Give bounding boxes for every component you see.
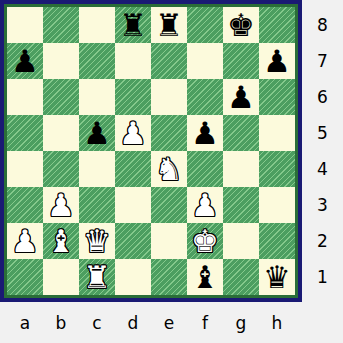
square-g5[interactable] [223, 115, 259, 151]
rank-label-2: 2 [302, 223, 343, 259]
square-b4[interactable] [43, 151, 79, 187]
file-label-c: c [79, 303, 115, 343]
square-h4[interactable] [259, 151, 295, 187]
square-a4[interactable] [7, 151, 43, 187]
square-e5[interactable] [151, 115, 187, 151]
square-d7[interactable] [115, 43, 151, 79]
square-d8[interactable]: ♜ [115, 7, 151, 43]
piece-black-pawn-f5[interactable]: ♟ [191, 115, 219, 151]
square-h2[interactable] [259, 223, 295, 259]
square-b1[interactable] [43, 259, 79, 295]
square-h3[interactable] [259, 187, 295, 223]
file-label-h: h [259, 303, 295, 343]
square-f3[interactable]: ♟ [187, 187, 223, 223]
square-g4[interactable] [223, 151, 259, 187]
rank-label-7: 7 [302, 43, 343, 79]
square-e7[interactable] [151, 43, 187, 79]
square-e4[interactable]: ♞ [151, 151, 187, 187]
piece-white-rook-c1[interactable]: ♜ [83, 259, 111, 295]
square-e3[interactable] [151, 187, 187, 223]
square-f1[interactable]: ♝ [187, 259, 223, 295]
square-a6[interactable] [7, 79, 43, 115]
square-b2[interactable]: ♝ [43, 223, 79, 259]
piece-black-king-g8[interactable]: ♚ [227, 7, 255, 43]
piece-white-queen-c2[interactable]: ♛ [83, 223, 111, 259]
square-f2[interactable]: ♚ [187, 223, 223, 259]
square-c7[interactable] [79, 43, 115, 79]
square-h6[interactable] [259, 79, 295, 115]
square-c3[interactable] [79, 187, 115, 223]
square-g7[interactable] [223, 43, 259, 79]
square-c5[interactable]: ♟ [79, 115, 115, 151]
chess-board: ♜♜♚♟♟♟♟♟♟♞♟♟♟♝♛♚♜♝♛ [0, 0, 302, 302]
square-c1[interactable]: ♜ [79, 259, 115, 295]
square-g8[interactable]: ♚ [223, 7, 259, 43]
square-c4[interactable] [79, 151, 115, 187]
square-b7[interactable] [43, 43, 79, 79]
square-g2[interactable] [223, 223, 259, 259]
square-f5[interactable]: ♟ [187, 115, 223, 151]
rank-label-6: 6 [302, 79, 343, 115]
square-b3[interactable]: ♟ [43, 187, 79, 223]
piece-white-pawn-d5[interactable]: ♟ [119, 115, 147, 151]
square-e8[interactable]: ♜ [151, 7, 187, 43]
square-f6[interactable] [187, 79, 223, 115]
square-a2[interactable]: ♟ [7, 223, 43, 259]
square-f7[interactable] [187, 43, 223, 79]
square-e1[interactable] [151, 259, 187, 295]
file-label-g: g [223, 303, 259, 343]
square-e2[interactable] [151, 223, 187, 259]
square-h1[interactable]: ♛ [259, 259, 295, 295]
piece-black-rook-d8[interactable]: ♜ [119, 7, 147, 43]
piece-black-pawn-g6[interactable]: ♟ [227, 79, 255, 115]
square-f8[interactable] [187, 7, 223, 43]
square-h8[interactable] [259, 7, 295, 43]
square-g6[interactable]: ♟ [223, 79, 259, 115]
square-f4[interactable] [187, 151, 223, 187]
square-h7[interactable]: ♟ [259, 43, 295, 79]
square-g3[interactable] [223, 187, 259, 223]
square-a5[interactable] [7, 115, 43, 151]
square-c6[interactable] [79, 79, 115, 115]
piece-white-pawn-b3[interactable]: ♟ [47, 187, 75, 223]
square-a8[interactable] [7, 7, 43, 43]
square-d5[interactable]: ♟ [115, 115, 151, 151]
rank-label-1: 1 [302, 259, 343, 295]
rank-label-4: 4 [302, 151, 343, 187]
square-d1[interactable] [115, 259, 151, 295]
square-b8[interactable] [43, 7, 79, 43]
file-labels: abcdefgh [7, 303, 295, 343]
square-c2[interactable]: ♛ [79, 223, 115, 259]
rank-labels: 87654321 [302, 7, 343, 295]
square-d3[interactable] [115, 187, 151, 223]
piece-black-bishop-f1[interactable]: ♝ [191, 259, 219, 295]
square-b5[interactable] [43, 115, 79, 151]
square-g1[interactable] [223, 259, 259, 295]
file-label-d: d [115, 303, 151, 343]
piece-white-pawn-f3[interactable]: ♟ [191, 187, 219, 223]
square-a3[interactable] [7, 187, 43, 223]
file-label-f: f [187, 303, 223, 343]
square-d2[interactable] [115, 223, 151, 259]
file-label-b: b [43, 303, 79, 343]
piece-white-king-f2[interactable]: ♚ [191, 223, 219, 259]
chess-board-grid: ♜♜♚♟♟♟♟♟♟♞♟♟♟♝♛♚♜♝♛ [7, 7, 295, 295]
piece-black-pawn-a7[interactable]: ♟ [11, 43, 39, 79]
square-d4[interactable] [115, 151, 151, 187]
rank-label-8: 8 [302, 7, 343, 43]
piece-white-knight-e4[interactable]: ♞ [155, 151, 183, 187]
file-label-e: e [151, 303, 187, 343]
piece-black-pawn-c5[interactable]: ♟ [83, 115, 111, 151]
piece-black-rook-e8[interactable]: ♜ [155, 7, 183, 43]
piece-black-queen-h1[interactable]: ♛ [263, 259, 291, 295]
square-c8[interactable] [79, 7, 115, 43]
piece-black-pawn-h7[interactable]: ♟ [263, 43, 291, 79]
square-a1[interactable] [7, 259, 43, 295]
rank-label-5: 5 [302, 115, 343, 151]
square-d6[interactable] [115, 79, 151, 115]
square-b6[interactable] [43, 79, 79, 115]
square-h5[interactable] [259, 115, 295, 151]
piece-white-bishop-b2[interactable]: ♝ [47, 223, 75, 259]
square-e6[interactable] [151, 79, 187, 115]
chess-board-frame: ♜♜♚♟♟♟♟♟♟♞♟♟♟♝♛♚♜♝♛ [4, 4, 298, 298]
piece-white-pawn-a2[interactable]: ♟ [11, 223, 39, 259]
square-a7[interactable]: ♟ [7, 43, 43, 79]
file-label-a: a [7, 303, 43, 343]
rank-label-3: 3 [302, 187, 343, 223]
